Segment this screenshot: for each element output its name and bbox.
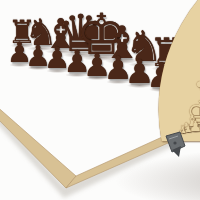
hinge-overlay (0, 0, 200, 200)
chess-board-photo: ABCDEFGH87658765 ABCDEFGH43214321 ♜♞♝♛♚♝… (0, 0, 200, 200)
hinge-clasp-rivet (173, 141, 176, 144)
